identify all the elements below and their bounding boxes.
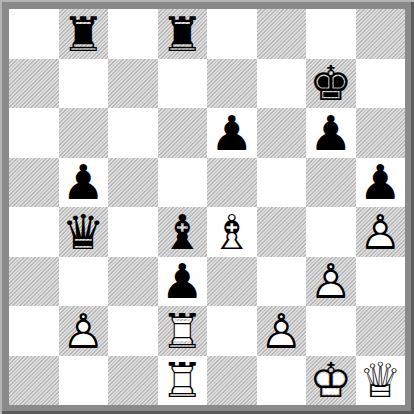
square-c3[interactable] — [108, 257, 158, 307]
black-queen-b4: ♛ — [59, 207, 109, 257]
white-rook-d2: ♖ — [158, 306, 208, 356]
square-h1[interactable]: ♛♕ — [356, 356, 406, 406]
square-h6[interactable] — [356, 108, 406, 158]
black-rook-b8: ♜ — [59, 9, 109, 59]
square-h5[interactable]: ♟ — [356, 158, 406, 208]
square-c8[interactable] — [108, 9, 158, 59]
black-rook-d8: ♜ — [158, 9, 208, 59]
square-d1[interactable]: ♜♖ — [158, 356, 208, 406]
black-pawn-b5: ♟ — [59, 158, 109, 208]
square-f8[interactable] — [257, 9, 307, 59]
white-pawn-fill-h4: ♟ — [356, 207, 406, 257]
square-c7[interactable] — [108, 59, 158, 109]
white-pawn-f2: ♙ — [257, 306, 307, 356]
square-d6[interactable] — [158, 108, 208, 158]
black-pawn-e6: ♟ — [207, 108, 257, 158]
square-a5[interactable] — [9, 158, 59, 208]
black-bishop-d4: ♝ — [158, 207, 208, 257]
square-e4[interactable]: ♝♗ — [207, 207, 257, 257]
square-e8[interactable] — [207, 9, 257, 59]
square-g7[interactable]: ♚ — [306, 59, 356, 109]
square-f2[interactable]: ♟♙ — [257, 306, 307, 356]
square-b1[interactable] — [59, 356, 109, 406]
square-f5[interactable] — [257, 158, 307, 208]
white-pawn-fill-g3: ♟ — [306, 257, 356, 307]
square-f4[interactable] — [257, 207, 307, 257]
square-g4[interactable] — [306, 207, 356, 257]
square-d2[interactable]: ♜♖ — [158, 306, 208, 356]
square-c6[interactable] — [108, 108, 158, 158]
white-queen-fill-h1: ♛ — [356, 356, 406, 406]
square-e5[interactable] — [207, 158, 257, 208]
square-d8[interactable]: ♜ — [158, 9, 208, 59]
square-g1[interactable]: ♚♔ — [306, 356, 356, 406]
board-frame: ♜♜♚♟♟♟♟♛♝♝♗♟♙♟♟♙♟♙♜♖♟♙♜♖♚♔♛♕ — [0, 0, 414, 414]
square-e6[interactable]: ♟ — [207, 108, 257, 158]
white-rook-fill-d2: ♜ — [158, 306, 208, 356]
square-a6[interactable] — [9, 108, 59, 158]
square-h3[interactable] — [356, 257, 406, 307]
square-g2[interactable] — [306, 306, 356, 356]
square-b3[interactable] — [59, 257, 109, 307]
white-rook-fill-d1: ♜ — [158, 356, 208, 406]
chess-board: ♜♜♚♟♟♟♟♛♝♝♗♟♙♟♟♙♟♙♜♖♟♙♜♖♚♔♛♕ — [9, 9, 405, 405]
square-b4[interactable]: ♛ — [59, 207, 109, 257]
white-queen-h1: ♕ — [356, 356, 406, 406]
square-c4[interactable] — [108, 207, 158, 257]
black-pawn-h5: ♟ — [356, 158, 406, 208]
white-pawn-fill-f2: ♟ — [257, 306, 307, 356]
square-g5[interactable] — [306, 158, 356, 208]
square-g6[interactable]: ♟ — [306, 108, 356, 158]
square-e2[interactable] — [207, 306, 257, 356]
square-d4[interactable]: ♝ — [158, 207, 208, 257]
white-pawn-b2: ♙ — [59, 306, 109, 356]
square-a2[interactable] — [9, 306, 59, 356]
square-c2[interactable] — [108, 306, 158, 356]
square-d3[interactable]: ♟ — [158, 257, 208, 307]
square-e3[interactable] — [207, 257, 257, 307]
square-f7[interactable] — [257, 59, 307, 109]
white-pawn-g3: ♙ — [306, 257, 356, 307]
square-a3[interactable] — [9, 257, 59, 307]
white-king-g1: ♔ — [306, 356, 356, 406]
square-b2[interactable]: ♟♙ — [59, 306, 109, 356]
square-a1[interactable] — [9, 356, 59, 406]
white-bishop-fill-e4: ♝ — [207, 207, 257, 257]
square-b6[interactable] — [59, 108, 109, 158]
square-f1[interactable] — [257, 356, 307, 406]
square-h7[interactable] — [356, 59, 406, 109]
square-f3[interactable] — [257, 257, 307, 307]
square-f6[interactable] — [257, 108, 307, 158]
square-g8[interactable] — [306, 9, 356, 59]
square-a8[interactable] — [9, 9, 59, 59]
square-b5[interactable]: ♟ — [59, 158, 109, 208]
square-c1[interactable] — [108, 356, 158, 406]
square-e1[interactable] — [207, 356, 257, 406]
black-king-g7: ♚ — [306, 59, 356, 109]
square-a4[interactable] — [9, 207, 59, 257]
square-a7[interactable] — [9, 59, 59, 109]
square-h2[interactable] — [356, 306, 406, 356]
white-pawn-h4: ♙ — [356, 207, 406, 257]
black-pawn-d3: ♟ — [158, 257, 208, 307]
square-c5[interactable] — [108, 158, 158, 208]
square-e7[interactable] — [207, 59, 257, 109]
black-pawn-g6: ♟ — [306, 108, 356, 158]
white-rook-d1: ♖ — [158, 356, 208, 406]
square-d5[interactable] — [158, 158, 208, 208]
square-h8[interactable] — [356, 9, 406, 59]
square-h4[interactable]: ♟♙ — [356, 207, 406, 257]
white-king-fill-g1: ♚ — [306, 356, 356, 406]
square-d7[interactable] — [158, 59, 208, 109]
square-b8[interactable]: ♜ — [59, 9, 109, 59]
white-bishop-e4: ♗ — [207, 207, 257, 257]
white-pawn-fill-b2: ♟ — [59, 306, 109, 356]
square-b7[interactable] — [59, 59, 109, 109]
square-g3[interactable]: ♟♙ — [306, 257, 356, 307]
